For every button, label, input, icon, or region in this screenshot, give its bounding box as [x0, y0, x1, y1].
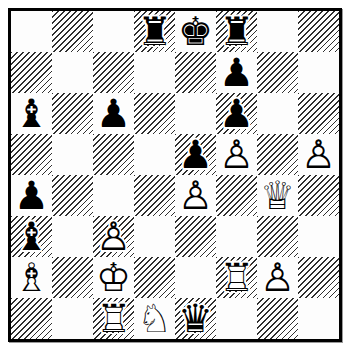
piece-glyph: ♖ — [219, 257, 254, 298]
square-a3[interactable]: ♝♝ — [11, 216, 52, 257]
black-pawn-piece: ♟♟ — [216, 52, 257, 93]
piece-glyph: ♜ — [137, 11, 172, 52]
square-d1[interactable]: ♞♘ — [134, 298, 175, 339]
square-h4[interactable] — [298, 175, 339, 216]
square-b2[interactable] — [52, 257, 93, 298]
square-a5[interactable] — [11, 134, 52, 175]
piece-glyph: ♙ — [219, 134, 254, 175]
square-b1[interactable] — [52, 298, 93, 339]
piece-glyph: ♕ — [260, 175, 295, 216]
square-h8[interactable] — [298, 11, 339, 52]
square-a8[interactable] — [11, 11, 52, 52]
square-e7[interactable] — [175, 52, 216, 93]
square-g4[interactable]: ♛♕ — [257, 175, 298, 216]
white-pawn-piece: ♟♙ — [257, 257, 298, 298]
square-c2[interactable]: ♚♔ — [93, 257, 134, 298]
square-c5[interactable] — [93, 134, 134, 175]
white-bishop-piece: ♝♗ — [11, 257, 52, 298]
black-pawn-piece: ♟♟ — [11, 175, 52, 216]
square-h5[interactable]: ♟♙ — [298, 134, 339, 175]
square-e8[interactable]: ♚♚ — [175, 11, 216, 52]
board-frame: ♜♜♚♚♜♜♟♟♝♝♟♟♟♟♟♟♟♙♟♙♟♟♟♙♛♕♝♝♟♙♝♗♚♔♜♖♟♙♜♖… — [8, 8, 342, 342]
square-f7[interactable]: ♟♟ — [216, 52, 257, 93]
square-g3[interactable] — [257, 216, 298, 257]
piece-glyph: ♝ — [14, 216, 49, 257]
piece-glyph: ♟ — [219, 52, 254, 93]
black-rook-piece: ♜♜ — [216, 11, 257, 52]
square-c6[interactable]: ♟♟ — [93, 93, 134, 134]
square-a2[interactable]: ♝♗ — [11, 257, 52, 298]
square-b8[interactable] — [52, 11, 93, 52]
white-rook-piece: ♜♖ — [216, 257, 257, 298]
piece-glyph: ♙ — [178, 175, 213, 216]
square-e6[interactable] — [175, 93, 216, 134]
chess-diagram-page: ♜♜♚♚♜♜♟♟♝♝♟♟♟♟♟♟♟♙♟♙♟♟♟♙♛♕♝♝♟♙♝♗♚♔♜♖♟♙♜♖… — [0, 0, 350, 350]
piece-glyph: ♛ — [178, 298, 213, 339]
piece-glyph: ♜ — [219, 11, 254, 52]
square-h1[interactable] — [298, 298, 339, 339]
piece-glyph: ♗ — [14, 257, 49, 298]
square-f3[interactable] — [216, 216, 257, 257]
square-c7[interactable] — [93, 52, 134, 93]
square-e4[interactable]: ♟♙ — [175, 175, 216, 216]
square-f6[interactable]: ♟♟ — [216, 93, 257, 134]
square-h3[interactable] — [298, 216, 339, 257]
black-bishop-piece: ♝♝ — [11, 216, 52, 257]
square-d2[interactable] — [134, 257, 175, 298]
square-h2[interactable] — [298, 257, 339, 298]
square-g2[interactable]: ♟♙ — [257, 257, 298, 298]
square-g8[interactable] — [257, 11, 298, 52]
white-queen-piece: ♛♕ — [257, 175, 298, 216]
square-d6[interactable] — [134, 93, 175, 134]
piece-glyph: ♔ — [96, 257, 131, 298]
white-pawn-piece: ♟♙ — [93, 216, 134, 257]
square-h6[interactable] — [298, 93, 339, 134]
black-pawn-piece: ♟♟ — [93, 93, 134, 134]
piece-glyph: ♟ — [96, 93, 131, 134]
square-b4[interactable] — [52, 175, 93, 216]
square-c8[interactable] — [93, 11, 134, 52]
piece-glyph: ♟ — [178, 134, 213, 175]
square-e1[interactable]: ♛♛ — [175, 298, 216, 339]
square-b6[interactable] — [52, 93, 93, 134]
square-b5[interactable] — [52, 134, 93, 175]
black-bishop-piece: ♝♝ — [11, 93, 52, 134]
square-d8[interactable]: ♜♜ — [134, 11, 175, 52]
square-b3[interactable] — [52, 216, 93, 257]
piece-glyph: ♘ — [137, 298, 172, 339]
square-a1[interactable] — [11, 298, 52, 339]
piece-glyph: ♖ — [96, 298, 131, 339]
piece-glyph: ♙ — [301, 134, 336, 175]
square-g7[interactable] — [257, 52, 298, 93]
square-d7[interactable] — [134, 52, 175, 93]
chess-board: ♜♜♚♚♜♜♟♟♝♝♟♟♟♟♟♟♟♙♟♙♟♟♟♙♛♕♝♝♟♙♝♗♚♔♜♖♟♙♜♖… — [11, 11, 339, 339]
black-queen-piece: ♛♛ — [175, 298, 216, 339]
piece-glyph: ♟ — [14, 175, 49, 216]
square-e3[interactable] — [175, 216, 216, 257]
white-rook-piece: ♜♖ — [93, 298, 134, 339]
white-knight-piece: ♞♘ — [134, 298, 175, 339]
square-d5[interactable] — [134, 134, 175, 175]
square-c4[interactable] — [93, 175, 134, 216]
black-rook-piece: ♜♜ — [134, 11, 175, 52]
square-c3[interactable]: ♟♙ — [93, 216, 134, 257]
black-king-piece: ♚♚ — [175, 11, 216, 52]
square-f5[interactable]: ♟♙ — [216, 134, 257, 175]
square-f8[interactable]: ♜♜ — [216, 11, 257, 52]
square-a7[interactable] — [11, 52, 52, 93]
white-king-piece: ♚♔ — [93, 257, 134, 298]
piece-glyph: ♙ — [96, 216, 131, 257]
square-e5[interactable]: ♟♟ — [175, 134, 216, 175]
square-g1[interactable] — [257, 298, 298, 339]
piece-glyph: ♙ — [260, 257, 295, 298]
square-b7[interactable] — [52, 52, 93, 93]
square-d3[interactable] — [134, 216, 175, 257]
piece-glyph: ♟ — [219, 93, 254, 134]
square-f2[interactable]: ♜♖ — [216, 257, 257, 298]
white-pawn-piece: ♟♙ — [216, 134, 257, 175]
square-h7[interactable] — [298, 52, 339, 93]
square-e2[interactable] — [175, 257, 216, 298]
square-g6[interactable] — [257, 93, 298, 134]
white-pawn-piece: ♟♙ — [175, 175, 216, 216]
piece-glyph: ♝ — [14, 93, 49, 134]
square-c1[interactable]: ♜♖ — [93, 298, 134, 339]
square-a6[interactable]: ♝♝ — [11, 93, 52, 134]
black-pawn-piece: ♟♟ — [216, 93, 257, 134]
piece-glyph: ♚ — [178, 11, 213, 52]
white-pawn-piece: ♟♙ — [298, 134, 339, 175]
square-a4[interactable]: ♟♟ — [11, 175, 52, 216]
square-g5[interactable] — [257, 134, 298, 175]
square-f4[interactable] — [216, 175, 257, 216]
black-pawn-piece: ♟♟ — [175, 134, 216, 175]
square-f1[interactable] — [216, 298, 257, 339]
square-d4[interactable] — [134, 175, 175, 216]
